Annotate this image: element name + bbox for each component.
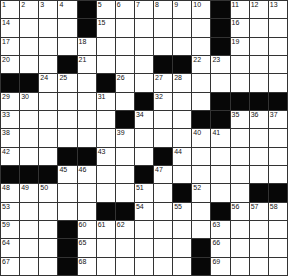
cell-r14-c13[interactable]: [231, 239, 249, 256]
cell-r5-c6: [97, 74, 115, 91]
cell-r3-c6[interactable]: [97, 38, 115, 55]
cell-r4-c1[interactable]: 20: [1, 56, 19, 73]
cell-r2-c1[interactable]: 14: [1, 19, 19, 36]
clue-number-40: 40: [193, 129, 201, 136]
clue-number-3: 3: [40, 1, 44, 8]
cell-r6-c1[interactable]: 29: [1, 93, 19, 110]
cell-r7-c6[interactable]: [97, 111, 115, 128]
cell-r3-c8[interactable]: [135, 38, 153, 55]
cell-r6-c14: [250, 93, 268, 110]
cell-r9-c9: [154, 148, 172, 165]
cell-r14-c5[interactable]: 65: [78, 239, 96, 256]
cell-r13-c13[interactable]: [231, 221, 249, 238]
clue-number-17: 17: [2, 38, 10, 45]
cell-r6-c6[interactable]: 31: [97, 93, 115, 110]
cell-r4-c6[interactable]: [97, 56, 115, 73]
cell-r9-c6[interactable]: 43: [97, 148, 115, 165]
cell-r6-c11[interactable]: [192, 93, 210, 110]
clue-number-15: 15: [98, 19, 106, 26]
clue-number-22: 22: [193, 56, 201, 63]
cell-r5-c10[interactable]: 28: [173, 74, 191, 91]
cell-r6-c15: [269, 93, 287, 110]
clue-number-26: 26: [117, 74, 125, 81]
cell-r15-c13[interactable]: [231, 258, 249, 275]
cell-r14-c11: [192, 239, 210, 256]
cell-r7-c11: [192, 111, 210, 128]
cell-r2-c2[interactable]: [20, 19, 38, 36]
cell-r11-c9[interactable]: [154, 184, 172, 201]
cell-r12-c12: [211, 203, 229, 220]
cell-r6-c4[interactable]: [58, 93, 76, 110]
cell-r2-c7[interactable]: [116, 19, 134, 36]
cell-r6-c2[interactable]: 30: [20, 93, 38, 110]
cell-r9-c5: [78, 148, 96, 165]
cell-r9-c11[interactable]: [192, 148, 210, 165]
cell-r10-c13[interactable]: [231, 166, 249, 183]
cell-r1-c12: [211, 1, 229, 18]
cell-r1-c10[interactable]: 9: [173, 1, 191, 18]
cell-r9-c1[interactable]: 42: [1, 148, 19, 165]
cell-r11-c6[interactable]: [97, 184, 115, 201]
cell-r4-c14[interactable]: [250, 56, 268, 73]
cell-r1-c4[interactable]: 4: [58, 1, 76, 18]
clue-number-56: 56: [232, 203, 240, 210]
cell-r12-c10[interactable]: 55: [173, 203, 191, 220]
clue-number-57: 57: [251, 203, 259, 210]
cell-r8-c6[interactable]: [97, 129, 115, 146]
clue-number-33: 33: [2, 111, 10, 118]
cell-r8-c12[interactable]: 41: [211, 129, 229, 146]
cell-r14-c2[interactable]: [20, 239, 38, 256]
cell-r14-c4: [58, 239, 76, 256]
clue-number-36: 36: [251, 111, 259, 118]
cell-r15-c11: [192, 258, 210, 275]
cell-r7-c14[interactable]: 36: [250, 111, 268, 128]
cell-r7-c8[interactable]: 34: [135, 111, 153, 128]
cell-r11-c14: [250, 184, 268, 201]
clue-number-43: 43: [98, 148, 106, 155]
cell-r7-c9[interactable]: [154, 111, 172, 128]
cell-r3-c10[interactable]: [173, 38, 191, 55]
clue-number-53: 53: [2, 203, 10, 210]
cell-r1-c3[interactable]: 3: [39, 1, 57, 18]
clue-number-4: 4: [59, 1, 63, 8]
cell-r11-c12[interactable]: [211, 184, 229, 201]
cell-r3-c15[interactable]: [269, 38, 287, 55]
cell-r2-c15[interactable]: [269, 19, 287, 36]
clue-number-69: 69: [212, 258, 220, 265]
cell-r13-c12[interactable]: 63: [211, 221, 229, 238]
cell-r7-c13[interactable]: 35: [231, 111, 249, 128]
cell-r5-c3[interactable]: 24: [39, 74, 57, 91]
clue-number-38: 38: [2, 129, 10, 136]
clue-number-10: 10: [193, 1, 201, 8]
cell-r15-c12[interactable]: 69: [211, 258, 229, 275]
cell-r9-c13[interactable]: [231, 148, 249, 165]
clue-number-47: 47: [155, 166, 163, 173]
cell-r4-c12[interactable]: 23: [211, 56, 229, 73]
crossword-grid: 1234567891011121314151617181920212223242…: [0, 0, 288, 276]
clue-number-8: 8: [155, 1, 159, 8]
cell-r15-c15[interactable]: [269, 258, 287, 275]
cell-r9-c3[interactable]: [39, 148, 57, 165]
cell-r3-c13[interactable]: 19: [231, 38, 249, 55]
cell-r2-c6[interactable]: 15: [97, 19, 115, 36]
cell-r12-c6: [97, 203, 115, 220]
cell-r10-c12[interactable]: [211, 166, 229, 183]
cell-r1-c5: [78, 1, 96, 18]
clue-number-39: 39: [117, 129, 125, 136]
clue-number-68: 68: [79, 258, 87, 265]
clue-number-46: 46: [79, 166, 87, 173]
cell-r10-c11[interactable]: [192, 166, 210, 183]
cell-r8-c8[interactable]: [135, 129, 153, 146]
cell-r3-c5[interactable]: 18: [78, 38, 96, 55]
cell-r14-c14[interactable]: [250, 239, 268, 256]
cell-r10-c14[interactable]: [250, 166, 268, 183]
cell-r8-c14[interactable]: [250, 129, 268, 146]
clue-number-60: 60: [79, 221, 87, 228]
cell-r5-c12[interactable]: [211, 74, 229, 91]
cell-r10-c1: [1, 166, 19, 183]
cell-r2-c9[interactable]: [154, 19, 172, 36]
clue-number-48: 48: [2, 184, 10, 191]
cell-r11-c15: [269, 184, 287, 201]
cell-r8-c1[interactable]: 38: [1, 129, 19, 146]
cell-r13-c8[interactable]: [135, 221, 153, 238]
clue-number-37: 37: [270, 111, 278, 118]
clue-number-23: 23: [212, 56, 220, 63]
clue-number-20: 20: [2, 56, 10, 63]
cell-r11-c8[interactable]: 51: [135, 184, 153, 201]
cell-r9-c4: [58, 148, 76, 165]
clue-number-27: 27: [155, 74, 163, 81]
cell-r11-c2[interactable]: 49: [20, 184, 38, 201]
cell-r12-c9[interactable]: [154, 203, 172, 220]
clue-number-66: 66: [212, 239, 220, 246]
cell-r15-c6[interactable]: [97, 258, 115, 275]
cell-r3-c14[interactable]: [250, 38, 268, 55]
cell-r6-c5[interactable]: [78, 93, 96, 110]
cell-r5-c7[interactable]: 26: [116, 74, 134, 91]
cell-r8-c13[interactable]: [231, 129, 249, 146]
cell-r14-c8[interactable]: [135, 239, 153, 256]
cell-r9-c7[interactable]: [116, 148, 134, 165]
clue-number-49: 49: [21, 184, 29, 191]
cell-r7-c7: [116, 111, 134, 128]
cell-r5-c1: [1, 74, 19, 91]
cell-r9-c10[interactable]: 44: [173, 148, 191, 165]
cell-r12-c15[interactable]: 58: [269, 203, 287, 220]
clue-number-21: 21: [79, 56, 87, 63]
clue-number-65: 65: [79, 239, 87, 246]
cell-r7-c5[interactable]: [78, 111, 96, 128]
cell-r4-c5[interactable]: 21: [78, 56, 96, 73]
clue-number-59: 59: [2, 221, 10, 228]
cell-r14-c10[interactable]: [173, 239, 191, 256]
cell-r11-c5[interactable]: [78, 184, 96, 201]
cell-r8-c5[interactable]: [78, 129, 96, 146]
cell-r10-c15[interactable]: [269, 166, 287, 183]
cell-r1-c13[interactable]: 11: [231, 1, 249, 18]
cell-r4-c2[interactable]: [20, 56, 38, 73]
clue-number-11: 11: [232, 1, 239, 8]
cell-r11-c11[interactable]: 52: [192, 184, 210, 201]
clue-number-62: 62: [117, 221, 125, 228]
cell-r11-c4[interactable]: [58, 184, 76, 201]
cell-r3-c12: [211, 38, 229, 55]
cell-r15-c9[interactable]: [154, 258, 172, 275]
cell-r13-c7[interactable]: 62: [116, 221, 134, 238]
cell-r8-c15[interactable]: [269, 129, 287, 146]
cell-r13-c1[interactable]: 59: [1, 221, 19, 238]
cell-r15-c1[interactable]: 67: [1, 258, 19, 275]
cell-r13-c2[interactable]: [20, 221, 38, 238]
cell-r3-c2[interactable]: [20, 38, 38, 55]
cell-r4-c8[interactable]: [135, 56, 153, 73]
cell-r4-c13[interactable]: [231, 56, 249, 73]
clue-number-34: 34: [136, 111, 144, 118]
cell-r8-c3[interactable]: [39, 129, 57, 146]
cell-r12-c5[interactable]: [78, 203, 96, 220]
cell-r8-c10[interactable]: [173, 129, 191, 146]
cell-r13-c9[interactable]: [154, 221, 172, 238]
cell-r4-c3[interactable]: [39, 56, 57, 73]
cell-r7-c2[interactable]: [20, 111, 38, 128]
cell-r15-c7[interactable]: [116, 258, 134, 275]
cell-r13-c10[interactable]: [173, 221, 191, 238]
cell-r1-c15[interactable]: 13: [269, 1, 287, 18]
clue-number-54: 54: [136, 203, 144, 210]
clue-number-52: 52: [193, 184, 201, 191]
cell-r3-c11[interactable]: [192, 38, 210, 55]
cell-r1-c7[interactable]: 6: [116, 1, 134, 18]
cell-r8-c2[interactable]: [20, 129, 38, 146]
cell-r9-c12[interactable]: [211, 148, 229, 165]
cell-r15-c3[interactable]: [39, 258, 57, 275]
cell-r12-c11[interactable]: [192, 203, 210, 220]
cell-r6-c12: [211, 93, 229, 110]
cell-r8-c7[interactable]: 39: [116, 129, 134, 146]
clue-number-24: 24: [40, 74, 48, 81]
cell-r11-c13[interactable]: [231, 184, 249, 201]
clue-number-25: 25: [59, 74, 67, 81]
clue-number-58: 58: [270, 203, 278, 210]
cell-r15-c8[interactable]: [135, 258, 153, 275]
clue-number-14: 14: [2, 19, 10, 26]
clue-number-32: 32: [155, 93, 163, 100]
cell-r10-c6[interactable]: [97, 166, 115, 183]
cell-r8-c4[interactable]: [58, 129, 76, 146]
cell-r1-c6[interactable]: 5: [97, 1, 115, 18]
cell-r10-c2: [20, 166, 38, 183]
cell-r10-c5[interactable]: 46: [78, 166, 96, 183]
cell-r15-c4: [58, 258, 76, 275]
cell-r11-c1[interactable]: 48: [1, 184, 19, 201]
cell-r1-c8[interactable]: 7: [135, 1, 153, 18]
cell-r2-c4[interactable]: [58, 19, 76, 36]
cell-r5-c15[interactable]: [269, 74, 287, 91]
cell-r12-c8[interactable]: 54: [135, 203, 153, 220]
cell-r2-c14[interactable]: [250, 19, 268, 36]
cell-r4-c4: [58, 56, 76, 73]
cell-r2-c12: [211, 19, 229, 36]
cell-r2-c10[interactable]: [173, 19, 191, 36]
clue-number-61: 61: [98, 221, 106, 228]
cell-r10-c9[interactable]: 47: [154, 166, 172, 183]
cell-r1-c14[interactable]: 12: [250, 1, 268, 18]
cell-r5-c5[interactable]: [78, 74, 96, 91]
clue-number-7: 7: [136, 1, 140, 8]
cell-r7-c1[interactable]: 33: [1, 111, 19, 128]
cell-r12-c1[interactable]: 53: [1, 203, 19, 220]
cell-r7-c4[interactable]: [58, 111, 76, 128]
cell-r10-c10[interactable]: [173, 166, 191, 183]
clue-number-18: 18: [79, 38, 87, 45]
cell-r11-c10: [173, 184, 191, 201]
cell-r6-c13: [231, 93, 249, 110]
cell-r5-c4[interactable]: 25: [58, 74, 76, 91]
cell-r2-c3[interactable]: [39, 19, 57, 36]
clue-number-35: 35: [232, 111, 240, 118]
cell-r7-c15[interactable]: 37: [269, 111, 287, 128]
cell-r8-c9[interactable]: [154, 129, 172, 146]
cell-r1-c11[interactable]: 10: [192, 1, 210, 18]
cell-r10-c3: [39, 166, 57, 183]
cell-r1-c9[interactable]: 8: [154, 1, 172, 18]
cell-r3-c3[interactable]: [39, 38, 57, 55]
clue-number-63: 63: [212, 221, 220, 228]
cell-r14-c7[interactable]: [116, 239, 134, 256]
cell-r12-c7: [116, 203, 134, 220]
cell-r1-c2[interactable]: 2: [20, 1, 38, 18]
cell-r5-c14[interactable]: [250, 74, 268, 91]
clue-number-13: 13: [270, 1, 278, 8]
clue-number-67: 67: [2, 258, 10, 265]
cell-r5-c2: [20, 74, 38, 91]
clue-number-44: 44: [174, 148, 182, 155]
cell-r8-c11[interactable]: 40: [192, 129, 210, 146]
clue-number-50: 50: [40, 184, 48, 191]
cell-r13-c11[interactable]: [192, 221, 210, 238]
cell-r6-c3[interactable]: [39, 93, 57, 110]
cell-r7-c10[interactable]: [173, 111, 191, 128]
cell-r2-c13[interactable]: 16: [231, 19, 249, 36]
cell-r5-c8[interactable]: [135, 74, 153, 91]
cell-r5-c13[interactable]: [231, 74, 249, 91]
clue-number-45: 45: [59, 166, 67, 173]
cell-r9-c2[interactable]: [20, 148, 38, 165]
cell-r13-c4: [58, 221, 76, 238]
cell-r10-c7[interactable]: [116, 166, 134, 183]
cell-r7-c3[interactable]: [39, 111, 57, 128]
clue-number-55: 55: [174, 203, 182, 210]
clue-number-41: 41: [212, 129, 220, 136]
cell-r5-c9[interactable]: 27: [154, 74, 172, 91]
cell-r6-c10[interactable]: [173, 93, 191, 110]
cell-r12-c2[interactable]: [20, 203, 38, 220]
cell-r15-c2[interactable]: [20, 258, 38, 275]
cell-r14-c6[interactable]: [97, 239, 115, 256]
cell-r14-c9[interactable]: [154, 239, 172, 256]
cell-r13-c6[interactable]: 61: [97, 221, 115, 238]
cell-r13-c14[interactable]: [250, 221, 268, 238]
cell-r6-c7[interactable]: [116, 93, 134, 110]
clue-number-1: 1: [2, 1, 6, 8]
clue-number-30: 30: [21, 93, 29, 100]
cell-r14-c1[interactable]: 64: [1, 239, 19, 256]
cell-r12-c13[interactable]: 56: [231, 203, 249, 220]
clue-number-64: 64: [2, 239, 10, 246]
cell-r12-c3[interactable]: [39, 203, 57, 220]
cell-r15-c5[interactable]: 68: [78, 258, 96, 275]
cell-r11-c3[interactable]: 50: [39, 184, 57, 201]
cell-r7-c12: [211, 111, 229, 128]
cell-r3-c9[interactable]: [154, 38, 172, 55]
clue-number-2: 2: [21, 1, 25, 8]
cell-r5-c11[interactable]: [192, 74, 210, 91]
cell-r2-c8[interactable]: [135, 19, 153, 36]
cell-r14-c3[interactable]: [39, 239, 57, 256]
cell-r12-c4[interactable]: [58, 203, 76, 220]
cell-r3-c4[interactable]: [58, 38, 76, 55]
clue-number-42: 42: [2, 148, 10, 155]
cell-r4-c11[interactable]: 22: [192, 56, 210, 73]
cell-r12-c14[interactable]: 57: [250, 203, 268, 220]
cell-r6-c8: [135, 93, 153, 110]
cell-r3-c7[interactable]: [116, 38, 134, 55]
cell-r13-c5[interactable]: 60: [78, 221, 96, 238]
cell-r13-c15[interactable]: [269, 221, 287, 238]
clue-number-19: 19: [232, 38, 240, 45]
clue-number-6: 6: [117, 1, 121, 8]
cell-r3-c1[interactable]: 17: [1, 38, 19, 55]
clue-number-31: 31: [98, 93, 106, 100]
cell-r9-c8[interactable]: [135, 148, 153, 165]
cell-r1-c1[interactable]: 1: [1, 1, 19, 18]
cell-r15-c14[interactable]: [250, 258, 268, 275]
cell-r14-c15[interactable]: [269, 239, 287, 256]
clue-number-28: 28: [174, 74, 182, 81]
cell-r6-c9[interactable]: 32: [154, 93, 172, 110]
clue-number-5: 5: [98, 1, 102, 8]
cell-r9-c14[interactable]: [250, 148, 268, 165]
cell-r4-c15[interactable]: [269, 56, 287, 73]
cell-r9-c15[interactable]: [269, 148, 287, 165]
cell-r14-c12[interactable]: 66: [211, 239, 229, 256]
clue-number-29: 29: [2, 93, 10, 100]
clue-number-9: 9: [174, 1, 178, 8]
clue-number-51: 51: [136, 184, 144, 191]
cell-r2-c11[interactable]: [192, 19, 210, 36]
cell-r10-c8: [135, 166, 153, 183]
cell-r11-c7[interactable]: [116, 184, 134, 201]
cell-r10-c4[interactable]: 45: [58, 166, 76, 183]
cell-r4-c9: [154, 56, 172, 73]
cell-r15-c10[interactable]: [173, 258, 191, 275]
clue-number-12: 12: [251, 1, 259, 8]
cell-r2-c5: [78, 19, 96, 36]
cell-r4-c10: [173, 56, 191, 73]
cell-r4-c7[interactable]: [116, 56, 134, 73]
clue-number-16: 16: [232, 19, 240, 26]
cell-r13-c3[interactable]: [39, 221, 57, 238]
